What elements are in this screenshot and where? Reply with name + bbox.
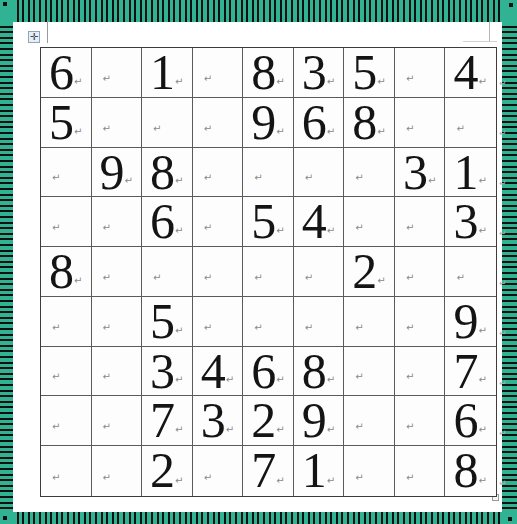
end-of-cell-mark: ↵ [355, 421, 363, 432]
end-of-cell-mark: ↵ [478, 175, 486, 186]
end-of-cell-mark: ↵ [103, 73, 111, 84]
sudoku-cell-r7c9[interactable]: 7↵ [445, 347, 496, 397]
end-of-cell-mark: ↵ [478, 76, 486, 87]
cell-digit: 5 [49, 98, 74, 147]
sudoku-cell-r2c1[interactable]: 5↵ [41, 98, 92, 148]
frame-corner-top-left [0, 0, 13, 22]
sudoku-cell-r3c6[interactable]: ↵ [294, 148, 345, 198]
sudoku-cell-r9c1[interactable]: ↵ [41, 446, 92, 496]
end-of-cell-mark: ↵ [276, 225, 284, 236]
end-of-cell-mark: ↵ [204, 322, 212, 333]
end-of-cell-mark: ↵ [276, 374, 284, 385]
end-of-cell-mark: ↵ [125, 175, 133, 186]
cell-digit: 3 [150, 347, 175, 396]
end-of-cell-mark: ↵ [305, 172, 313, 183]
cell-digit: 5 [150, 297, 175, 346]
sudoku-cell-r1c5[interactable]: 8↵ [243, 48, 294, 98]
end-of-cell-mark: ↵ [377, 76, 385, 87]
sudoku-cell-r5c4[interactable]: ↵ [193, 247, 244, 297]
end-of-cell-mark: ↵ [254, 272, 262, 283]
sudoku-cell-r2c6[interactable]: 6↵ [294, 98, 345, 148]
end-of-cell-mark: ↵ [52, 472, 60, 483]
cell-digit: 8 [302, 347, 327, 396]
sudoku-cell-r8c4[interactable]: 3↵ [193, 396, 244, 446]
cell-digit: 7 [453, 347, 478, 396]
end-of-cell-mark: ↵ [175, 175, 183, 186]
cell-digit: 6 [302, 98, 327, 147]
sudoku-cell-r2c9[interactable]: ↵ [445, 98, 496, 148]
sudoku-cell-r6c7[interactable]: ↵ [344, 297, 395, 347]
end-of-cell-mark: ↵ [226, 424, 234, 435]
end-of-cell-mark: ↵ [52, 222, 60, 233]
sudoku-cell-r7c8[interactable]: ↵ [395, 347, 446, 397]
end-of-row-mark: ↵ [499, 328, 507, 338]
cell-digit: 4 [453, 48, 478, 97]
cell-digit: 8 [251, 48, 276, 97]
end-of-cell-mark: ↵ [103, 371, 111, 382]
cell-digit: 6 [251, 347, 276, 396]
end-of-cell-mark: ↵ [175, 424, 183, 435]
end-of-cell-mark: ↵ [327, 76, 335, 87]
sudoku-cell-r2c3[interactable]: ↵ [142, 98, 193, 148]
cell-digit: 8 [150, 148, 175, 197]
cell-digit: 2 [251, 396, 276, 445]
end-of-cell-mark: ↵ [276, 475, 284, 486]
sudoku-cell-r3c3[interactable]: 8↵ [142, 148, 193, 198]
sudoku-cell-r7c1[interactable]: ↵ [41, 347, 92, 397]
frame-border-left [0, 22, 13, 512]
sudoku-cell-r6c3[interactable]: 5↵ [142, 297, 193, 347]
end-of-cell-mark: ↵ [175, 225, 183, 236]
end-of-cell-mark: ↵ [103, 123, 111, 134]
sudoku-cell-r8c8[interactable]: ↵ [395, 396, 446, 446]
end-of-row-mark: ↵ [499, 128, 507, 138]
cell-digit: 2 [150, 446, 175, 496]
sudoku-cell-r9c6[interactable]: 1↵ [294, 446, 345, 496]
cell-digit: 9 [302, 396, 327, 445]
end-of-cell-mark: ↵ [478, 225, 486, 236]
sudoku-cell-r1c8[interactable]: ↵ [395, 48, 446, 98]
sudoku-cell-r5c5[interactable]: ↵ [243, 247, 294, 297]
end-of-cell-mark: ↵ [355, 222, 363, 233]
sudoku-cell-r4c3[interactable]: 6↵ [142, 197, 193, 247]
cell-digit: 1 [150, 48, 175, 97]
sudoku-cell-r1c2[interactable]: ↵ [92, 48, 143, 98]
cell-digit: 3 [201, 396, 226, 445]
sudoku-cell-r8c2[interactable]: ↵ [92, 396, 143, 446]
cell-digit: 5 [251, 197, 276, 246]
sudoku-cell-r4c5[interactable]: 5↵ [243, 197, 294, 247]
corner-dot [508, 517, 512, 521]
end-of-cell-mark: ↵ [327, 126, 335, 137]
end-of-cell-mark: ↵ [226, 374, 234, 385]
end-of-cell-mark: ↵ [355, 472, 363, 483]
end-of-cell-mark: ↵ [74, 275, 82, 286]
sudoku-cell-r3c5[interactable]: ↵ [243, 148, 294, 198]
end-of-cell-mark: ↵ [103, 472, 111, 483]
end-of-cell-mark: ↵ [355, 172, 363, 183]
sudoku-cell-r6c6[interactable]: ↵ [294, 297, 345, 347]
cell-digit: 3 [453, 197, 478, 246]
cell-digit: 3 [403, 148, 428, 197]
end-of-row-mark: ↵ [499, 178, 507, 188]
end-of-cell-mark: ↵ [406, 371, 414, 382]
end-of-cell-mark: ↵ [254, 172, 262, 183]
end-of-cell-mark: ↵ [355, 371, 363, 382]
cell-digit: 6 [150, 197, 175, 246]
paragraph-guide-line [489, 22, 490, 41]
end-of-cell-mark: ↵ [204, 172, 212, 183]
cell-digit: 8 [49, 247, 74, 296]
end-of-cell-mark: ↵ [175, 374, 183, 385]
cell-digit: 2 [352, 247, 377, 296]
sudoku-cell-r6c9[interactable]: 9↵ [445, 297, 496, 347]
end-of-cell-mark: ↵ [52, 172, 60, 183]
sudoku-cell-r5c2[interactable]: ↵ [92, 247, 143, 297]
paragraph-guide-line [463, 41, 497, 42]
sudoku-cell-r9c8[interactable]: ↵ [395, 446, 446, 496]
end-of-cell-mark: ↵ [175, 475, 183, 486]
sudoku-cell-r5c6[interactable]: ↵ [294, 247, 345, 297]
end-of-cell-mark: ↵ [52, 421, 60, 432]
sudoku-cell-r5c1[interactable]: 8↵ [41, 247, 92, 297]
sudoku-cell-r2c7[interactable]: 8↵ [344, 98, 395, 148]
end-of-cell-mark: ↵ [406, 123, 414, 134]
end-of-cell-mark: ↵ [327, 424, 335, 435]
sudoku-cell-r8c6[interactable]: 9↵ [294, 396, 345, 446]
corner-dot [509, 3, 513, 7]
sudoku-cell-r8c7[interactable]: ↵ [344, 396, 395, 446]
sudoku-cell-r3c8[interactable]: 3↵ [395, 148, 446, 198]
end-of-cell-mark: ↵ [406, 421, 414, 432]
sudoku-cell-r4c2[interactable]: ↵ [92, 197, 143, 247]
end-of-cell-mark: ↵ [204, 73, 212, 84]
sudoku-cell-r1c9[interactable]: 4↵ [445, 48, 496, 98]
table-move-handle-icon[interactable]: ✛ [28, 31, 40, 43]
end-of-row-mark: ↵ [499, 428, 507, 438]
row-marks: ↵↵↵↵↵↵↵↵↵ [499, 47, 509, 497]
text-caret [47, 20, 48, 43]
end-of-cell-mark: ↵ [153, 272, 161, 283]
cell-digit: 9 [453, 297, 478, 346]
end-of-cell-mark: ↵ [456, 123, 464, 134]
end-of-cell-mark: ↵ [204, 222, 212, 233]
end-of-cell-mark: ↵ [406, 472, 414, 483]
sudoku-cell-r8c9[interactable]: 6↵ [445, 396, 496, 446]
end-of-cell-mark: ↵ [327, 475, 335, 486]
end-of-cell-mark: ↵ [406, 73, 414, 84]
end-of-cell-mark: ↵ [478, 475, 486, 486]
end-of-cell-mark: ↵ [276, 424, 284, 435]
sudoku-grid: 6↵↵1↵↵8↵3↵5↵↵4↵5↵↵↵↵9↵6↵8↵↵↵↵9↵8↵↵↵↵↵3↵1… [40, 47, 497, 497]
sudoku-cell-r8c3[interactable]: 7↵ [142, 396, 193, 446]
end-of-cell-mark: ↵ [276, 126, 284, 137]
cell-digit: 8 [453, 446, 478, 496]
end-of-cell-mark: ↵ [204, 272, 212, 283]
sudoku-cell-r7c6[interactable]: 8↵ [294, 347, 345, 397]
end-of-cell-mark: ↵ [327, 225, 335, 236]
sudoku-cell-r2c8[interactable]: ↵ [395, 98, 446, 148]
sudoku-cell-r2c2[interactable]: ↵ [92, 98, 143, 148]
frame-border-bottom [13, 512, 502, 524]
sudoku-cell-r3c9[interactable]: 1↵ [445, 148, 496, 198]
end-of-cell-mark: ↵ [52, 371, 60, 382]
end-of-cell-mark: ↵ [103, 222, 111, 233]
cell-digit: 5 [352, 48, 377, 97]
end-of-cell-mark: ↵ [175, 325, 183, 336]
sudoku-cell-r7c2[interactable]: ↵ [92, 347, 143, 397]
sudoku-cell-r3c1[interactable]: ↵ [41, 148, 92, 198]
end-of-cell-mark: ↵ [103, 421, 111, 432]
cell-digit: 4 [302, 197, 327, 246]
sudoku-cell-r7c7[interactable]: ↵ [344, 347, 395, 397]
end-of-cell-mark: ↵ [74, 126, 82, 137]
corner-dot [3, 516, 7, 520]
end-of-cell-mark: ↵ [478, 374, 486, 385]
end-of-cell-mark: ↵ [327, 374, 335, 385]
cell-digit: 1 [453, 148, 478, 197]
sudoku-cell-r5c9[interactable]: ↵ [445, 247, 496, 297]
sudoku-cell-r6c4[interactable]: ↵ [193, 297, 244, 347]
sudoku-cell-r4c9[interactable]: 3↵ [445, 197, 496, 247]
end-of-cell-mark: ↵ [478, 424, 486, 435]
sudoku-cell-r4c7[interactable]: ↵ [344, 197, 395, 247]
frame-corner-bottom-left [0, 512, 13, 524]
sudoku-cell-r5c7[interactable]: 2↵ [344, 247, 395, 297]
end-of-cell-mark: ↵ [74, 76, 82, 87]
cell-digit: 3 [302, 48, 327, 97]
sudoku-cell-r1c3[interactable]: 1↵ [142, 48, 193, 98]
sudoku-cell-r6c1[interactable]: ↵ [41, 297, 92, 347]
sudoku-cell-r4c8[interactable]: ↵ [395, 197, 446, 247]
end-of-cell-mark: ↵ [305, 272, 313, 283]
end-of-cell-mark: ↵ [52, 322, 60, 333]
sudoku-cell-r6c5[interactable]: ↵ [243, 297, 294, 347]
end-of-cell-mark: ↵ [355, 322, 363, 333]
end-of-cell-mark: ↵ [428, 175, 436, 186]
end-of-cell-mark: ↵ [204, 472, 212, 483]
sudoku-cell-r7c3[interactable]: 3↵ [142, 347, 193, 397]
end-of-cell-mark: ↵ [478, 325, 486, 336]
end-of-cell-mark: ↵ [456, 272, 464, 283]
sudoku-cell-r9c5[interactable]: 7↵ [243, 446, 294, 496]
sudoku-cell-r5c8[interactable]: ↵ [395, 247, 446, 297]
frame-corner-bottom-right [502, 512, 517, 524]
sudoku-cell-r1c7[interactable]: 5↵ [344, 48, 395, 98]
end-of-cell-mark: ↵ [153, 123, 161, 134]
sudoku-cell-r3c2[interactable]: 9↵ [92, 148, 143, 198]
cell-digit: 7 [251, 446, 276, 496]
sudoku-cell-r8c5[interactable]: 2↵ [243, 396, 294, 446]
sudoku-cell-r7c5[interactable]: 6↵ [243, 347, 294, 397]
sudoku-cell-r6c2[interactable]: ↵ [92, 297, 143, 347]
end-of-cell-mark: ↵ [204, 123, 212, 134]
end-of-cell-mark: ↵ [406, 322, 414, 333]
end-of-row-mark: ↵ [499, 378, 507, 388]
end-of-cell-mark: ↵ [406, 222, 414, 233]
end-of-cell-mark: ↵ [254, 322, 262, 333]
end-of-cell-mark: ↵ [175, 76, 183, 87]
end-of-cell-mark: ↵ [276, 76, 284, 87]
sudoku-cell-r9c3[interactable]: 2↵ [142, 446, 193, 496]
sudoku-cell-r5c3[interactable]: ↵ [142, 247, 193, 297]
end-of-row-mark: ↵ [499, 78, 507, 88]
sudoku-cell-r7c4[interactable]: 4↵ [193, 347, 244, 397]
end-of-cell-mark: ↵ [103, 322, 111, 333]
sudoku-cell-r6c8[interactable]: ↵ [395, 297, 446, 347]
sudoku-cell-r1c1[interactable]: 6↵ [41, 48, 92, 98]
end-of-row-mark: ↵ [499, 278, 507, 288]
cell-digit: 9 [100, 148, 125, 197]
cell-digit: 9 [251, 98, 276, 147]
end-of-row-mark: ↵ [499, 478, 507, 488]
sudoku-cell-r4c1[interactable]: ↵ [41, 197, 92, 247]
end-of-cell-mark: ↵ [377, 126, 385, 137]
sudoku-cell-r2c4[interactable]: ↵ [193, 98, 244, 148]
cell-digit: 4 [201, 347, 226, 396]
sudoku-cell-r1c4[interactable]: ↵ [193, 48, 244, 98]
sudoku-cell-r4c6[interactable]: 4↵ [294, 197, 345, 247]
sudoku-cell-r3c7[interactable]: ↵ [344, 148, 395, 198]
end-of-row-mark: ↵ [499, 228, 507, 238]
sudoku-cell-r9c7[interactable]: ↵ [344, 446, 395, 496]
cell-digit: 6 [453, 396, 478, 445]
frame-border-top [13, 0, 502, 22]
end-of-cell-mark: ↵ [305, 322, 313, 333]
corner-dot [3, 2, 7, 6]
sudoku-cell-r3c4[interactable]: ↵ [193, 148, 244, 198]
cell-digit: 8 [352, 98, 377, 147]
sudoku-cell-r9c4[interactable]: ↵ [193, 446, 244, 496]
sudoku-cell-r4c4[interactable]: ↵ [193, 197, 244, 247]
cell-digit: 6 [49, 48, 74, 97]
cell-digit: 1 [302, 446, 327, 496]
sudoku-cell-r9c9[interactable]: 8↵ [445, 446, 496, 496]
sudoku-cell-r8c1[interactable]: ↵ [41, 396, 92, 446]
cell-digit: 7 [150, 396, 175, 445]
end-of-cell-mark: ↵ [406, 272, 414, 283]
word-document-page: ✛ 6↵↵1↵↵8↵3↵5↵↵4↵5↵↵↵↵9↵6↵8↵↵↵↵9↵8↵↵↵↵↵3… [0, 0, 517, 524]
sudoku-cell-r9c2[interactable]: ↵ [92, 446, 143, 496]
end-of-cell-mark: ↵ [377, 275, 385, 286]
frame-corner-top-right [502, 0, 517, 22]
sudoku-cell-r1c6[interactable]: 3↵ [294, 48, 345, 98]
sudoku-cell-r2c5[interactable]: 9↵ [243, 98, 294, 148]
end-of-cell-mark: ↵ [103, 272, 111, 283]
